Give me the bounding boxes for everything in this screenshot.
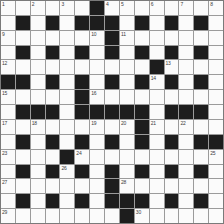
white-cell-r2c1[interactable] <box>16 31 30 45</box>
clue-number-15: 15 <box>2 90 7 96</box>
white-cell-r8c12[interactable]: 22 <box>179 120 193 134</box>
clue-number-13: 13 <box>166 60 171 66</box>
white-cell-r4c4[interactable] <box>60 60 74 74</box>
white-cell-r8c7[interactable] <box>105 120 119 134</box>
white-cell-r13c10[interactable] <box>150 194 164 208</box>
white-cell-r2c12[interactable] <box>179 31 193 45</box>
white-cell-r14c4[interactable] <box>60 209 74 223</box>
clue-number-7: 7 <box>180 1 183 7</box>
white-cell-r12c9[interactable] <box>135 179 149 193</box>
white-cell-r6c13[interactable] <box>194 90 208 104</box>
white-cell-r8c2[interactable]: 18 <box>31 120 45 134</box>
white-cell-r9c4[interactable] <box>60 135 74 149</box>
white-cell-r0c10[interactable]: 6 <box>150 1 164 15</box>
white-cell-r2c4[interactable] <box>60 31 74 45</box>
black-cell-r12c7 <box>105 179 119 193</box>
white-cell-r8c8[interactable]: 20 <box>120 120 134 134</box>
white-cell-r6c14[interactable] <box>209 90 223 104</box>
black-cell-r9c9 <box>135 135 149 149</box>
white-cell-r6c6[interactable]: 16 <box>90 90 104 104</box>
white-cell-r5c10[interactable]: 14 <box>150 75 164 89</box>
white-cell-r10c3[interactable] <box>46 150 60 164</box>
white-cell-r2c11[interactable] <box>165 31 179 45</box>
white-cell-r5c4[interactable] <box>60 75 74 89</box>
white-cell-r5c8[interactable] <box>120 75 134 89</box>
white-cell-r12c12[interactable] <box>179 179 193 193</box>
white-cell-r0c8[interactable]: 5 <box>120 1 134 15</box>
white-cell-r9c10[interactable] <box>150 135 164 149</box>
white-cell-r9c8[interactable] <box>120 135 134 149</box>
clue-number-21: 21 <box>151 120 156 126</box>
white-cell-r14c6[interactable] <box>90 209 104 223</box>
white-cell-r7c0[interactable] <box>1 105 15 119</box>
white-cell-r12c13[interactable] <box>194 179 208 193</box>
white-cell-r6c0[interactable]: 15 <box>1 90 15 104</box>
black-cell-r11c7 <box>105 165 119 179</box>
black-cell-r9c13 <box>194 135 208 149</box>
white-cell-r12c14[interactable] <box>209 179 223 193</box>
white-cell-r4c12[interactable] <box>179 60 193 74</box>
white-cell-r13c12[interactable] <box>179 194 193 208</box>
white-cell-r11c4[interactable]: 26 <box>60 165 74 179</box>
white-cell-r10c11[interactable] <box>165 150 179 164</box>
white-cell-r4c14[interactable] <box>209 60 223 74</box>
white-cell-r4c6[interactable] <box>90 60 104 74</box>
white-cell-r10c1[interactable] <box>16 150 30 164</box>
black-cell-r10c4 <box>60 150 74 164</box>
clue-number-10: 10 <box>91 31 96 37</box>
black-cell-r13c7 <box>105 194 119 208</box>
white-cell-r10c12[interactable] <box>179 150 193 164</box>
white-cell-r2c3[interactable] <box>46 31 60 45</box>
clue-number-27: 27 <box>2 179 7 185</box>
white-cell-r2c5[interactable] <box>75 31 89 45</box>
clue-number-11: 11 <box>121 31 126 37</box>
white-cell-r11c6[interactable] <box>90 165 104 179</box>
white-cell-r12c2[interactable] <box>31 179 45 193</box>
white-cell-r6c7[interactable] <box>105 90 119 104</box>
white-cell-r2c2[interactable] <box>31 31 45 45</box>
black-cell-r7c9 <box>135 105 149 119</box>
white-cell-r10c0[interactable]: 23 <box>1 150 15 164</box>
white-cell-r6c9[interactable] <box>135 90 149 104</box>
white-cell-r7c4[interactable] <box>60 105 74 119</box>
white-cell-r14c14[interactable] <box>209 209 223 223</box>
white-cell-r12c1[interactable] <box>16 179 30 193</box>
black-cell-r2c7 <box>105 31 119 45</box>
black-cell-r9c7 <box>105 135 119 149</box>
white-cell-r11c10[interactable] <box>150 165 164 179</box>
white-cell-r9c2[interactable] <box>31 135 45 149</box>
black-cell-r5c0 <box>1 75 15 89</box>
white-cell-r13c2[interactable] <box>31 194 45 208</box>
black-cell-r5c3 <box>46 75 60 89</box>
white-cell-r0c3[interactable] <box>46 1 60 15</box>
white-cell-r4c3[interactable] <box>46 60 60 74</box>
white-cell-r12c4[interactable] <box>60 179 74 193</box>
white-cell-r14c0[interactable]: 29 <box>1 209 15 223</box>
black-cell-r3c11 <box>165 46 179 60</box>
white-cell-r0c9[interactable] <box>135 1 149 15</box>
white-cell-r11c2[interactable] <box>31 165 45 179</box>
white-cell-r4c9[interactable] <box>135 60 149 74</box>
white-cell-r2c0[interactable]: 9 <box>1 31 15 45</box>
white-cell-r1c4[interactable] <box>60 16 74 30</box>
white-cell-r10c6[interactable] <box>90 150 104 164</box>
white-cell-r10c14[interactable]: 25 <box>209 150 223 164</box>
black-cell-r5c7 <box>105 75 119 89</box>
black-cell-r11c5 <box>75 165 89 179</box>
black-cell-r6c5 <box>75 90 89 104</box>
white-cell-r4c8[interactable] <box>120 60 134 74</box>
white-cell-r13c4[interactable] <box>60 194 74 208</box>
white-cell-r5c14[interactable] <box>209 75 223 89</box>
white-cell-r2c10[interactable] <box>150 31 164 45</box>
white-cell-r10c9[interactable] <box>135 150 149 164</box>
white-cell-r10c5[interactable]: 24 <box>75 150 89 164</box>
white-cell-r2c14[interactable] <box>209 31 223 45</box>
page: 1234567891011121314151617181920212223242… <box>0 0 224 224</box>
white-cell-r14c10[interactable] <box>150 209 164 223</box>
white-cell-r0c4[interactable]: 3 <box>60 1 74 15</box>
clue-number-29: 29 <box>2 209 7 215</box>
white-cell-r0c12[interactable]: 7 <box>179 1 193 15</box>
white-cell-r8c5[interactable] <box>75 120 89 134</box>
white-cell-r2c13[interactable] <box>194 31 208 45</box>
white-cell-r1c12[interactable] <box>179 16 193 30</box>
white-cell-r0c2[interactable]: 2 <box>31 1 45 15</box>
black-cell-r1c5 <box>75 16 89 30</box>
white-cell-r5c6[interactable] <box>90 75 104 89</box>
white-cell-r9c0[interactable] <box>1 135 15 149</box>
clue-number-8: 8 <box>210 1 213 7</box>
black-cell-r9c14 <box>209 135 223 149</box>
white-cell-r10c8[interactable] <box>120 150 134 164</box>
black-cell-r5c5 <box>75 75 89 89</box>
white-cell-r11c14[interactable] <box>209 165 223 179</box>
white-cell-r5c12[interactable] <box>179 75 193 89</box>
white-cell-r12c11[interactable] <box>165 179 179 193</box>
clue-number-2: 2 <box>32 1 35 7</box>
white-cell-r2c9[interactable] <box>135 31 149 45</box>
white-cell-r13c14[interactable] <box>209 194 223 208</box>
white-cell-r2c6[interactable]: 10 <box>90 31 104 45</box>
white-cell-r8c4[interactable] <box>60 120 74 134</box>
white-cell-r8c10[interactable]: 21 <box>150 120 164 134</box>
black-cell-r13c1 <box>16 194 30 208</box>
black-cell-r1c13 <box>194 16 208 30</box>
white-cell-r3c12[interactable] <box>179 46 193 60</box>
black-cell-r13c5 <box>75 194 89 208</box>
black-cell-r13c8 <box>120 194 134 208</box>
black-cell-r5c1 <box>16 75 30 89</box>
white-cell-r2c8[interactable]: 11 <box>120 31 134 45</box>
clue-number-17: 17 <box>2 120 7 126</box>
white-cell-r14c11[interactable] <box>165 209 179 223</box>
white-cell-r12c3[interactable] <box>46 179 60 193</box>
white-cell-r6c12[interactable] <box>179 90 193 104</box>
clue-number-12: 12 <box>2 60 7 66</box>
white-cell-r8c11[interactable] <box>165 120 179 134</box>
black-cell-r11c13 <box>194 165 208 179</box>
black-cell-r0c6 <box>90 1 104 15</box>
black-cell-r8c9 <box>135 120 149 134</box>
clue-number-3: 3 <box>61 1 64 7</box>
clue-number-4: 4 <box>106 1 109 7</box>
white-cell-r14c13[interactable] <box>194 209 208 223</box>
white-cell-r5c2[interactable] <box>31 75 45 89</box>
black-cell-r3c1 <box>16 46 30 60</box>
black-cell-r11c3 <box>46 165 60 179</box>
clue-number-5: 5 <box>121 1 124 7</box>
white-cell-r3c4[interactable] <box>60 46 74 60</box>
white-cell-r12c8[interactable]: 28 <box>120 179 134 193</box>
black-cell-r14c8 <box>120 209 134 223</box>
white-cell-r9c6[interactable] <box>90 135 104 149</box>
black-cell-r7c6 <box>90 105 104 119</box>
white-cell-r10c7[interactable] <box>105 150 119 164</box>
white-cell-r13c6[interactable] <box>90 194 104 208</box>
white-cell-r8c14[interactable] <box>209 120 223 134</box>
clue-number-25: 25 <box>210 150 215 156</box>
clue-number-28: 28 <box>121 179 126 185</box>
black-cell-r3c9 <box>135 46 149 60</box>
white-cell-r11c0[interactable] <box>1 165 15 179</box>
black-cell-r3c13 <box>194 46 208 60</box>
black-cell-r1c3 <box>46 16 60 30</box>
white-cell-r3c8[interactable] <box>120 46 134 60</box>
white-cell-r0c1[interactable] <box>16 1 30 15</box>
white-cell-r14c1[interactable] <box>16 209 30 223</box>
black-cell-r13c13 <box>194 194 208 208</box>
white-cell-r0c13[interactable] <box>194 1 208 15</box>
black-cell-r3c5 <box>75 46 89 60</box>
black-cell-r11c1 <box>16 165 30 179</box>
black-cell-r13c11 <box>165 194 179 208</box>
clue-number-14: 14 <box>151 75 156 81</box>
white-cell-r4c1[interactable] <box>16 60 30 74</box>
white-cell-r4c13[interactable] <box>194 60 208 74</box>
black-cell-r5c9 <box>135 75 149 89</box>
black-cell-r7c11 <box>165 105 179 119</box>
clue-number-9: 9 <box>2 31 5 37</box>
clue-number-26: 26 <box>61 165 66 171</box>
black-cell-r7c1 <box>16 105 30 119</box>
black-cell-r7c3 <box>46 105 60 119</box>
black-cell-r7c12 <box>179 105 193 119</box>
clue-number-24: 24 <box>76 150 81 156</box>
white-cell-r6c2[interactable] <box>31 90 45 104</box>
black-cell-r1c11 <box>165 16 179 30</box>
white-cell-r1c10[interactable] <box>150 16 164 30</box>
white-cell-r6c4[interactable] <box>60 90 74 104</box>
white-cell-r3c6[interactable] <box>90 46 104 60</box>
black-cell-r9c3 <box>46 135 60 149</box>
white-cell-r0c0[interactable]: 1 <box>1 1 15 15</box>
black-cell-r9c5 <box>75 135 89 149</box>
white-cell-r14c9[interactable]: 30 <box>135 209 149 223</box>
white-cell-r7c14[interactable] <box>209 105 223 119</box>
black-cell-r1c7 <box>105 16 119 30</box>
white-cell-r6c3[interactable] <box>46 90 60 104</box>
white-cell-r3c14[interactable] <box>209 46 223 60</box>
white-cell-r8c13[interactable] <box>194 120 208 134</box>
white-cell-r14c7[interactable] <box>105 209 119 223</box>
clue-number-16: 16 <box>91 90 96 96</box>
white-cell-r12c5[interactable] <box>75 179 89 193</box>
white-cell-r0c7[interactable]: 4 <box>105 1 119 15</box>
white-cell-r1c14[interactable] <box>209 16 223 30</box>
white-cell-r6c10[interactable] <box>150 90 164 104</box>
clue-number-23: 23 <box>2 150 7 156</box>
clue-number-20: 20 <box>121 120 126 126</box>
black-cell-r3c7 <box>105 46 119 60</box>
clue-number-18: 18 <box>32 120 37 126</box>
black-cell-r4c10 <box>150 60 164 74</box>
white-cell-r7c10[interactable] <box>150 105 164 119</box>
black-cell-r7c2 <box>31 105 45 119</box>
black-cell-r7c7 <box>105 105 119 119</box>
black-cell-r7c8 <box>120 105 134 119</box>
black-cell-r5c11 <box>165 75 179 89</box>
white-cell-r10c10[interactable] <box>150 150 164 164</box>
white-cell-r4c2[interactable] <box>31 60 45 74</box>
white-cell-r8c1[interactable] <box>16 120 30 134</box>
black-cell-r1c1 <box>16 16 30 30</box>
white-cell-r6c8[interactable] <box>120 90 134 104</box>
black-cell-r1c9 <box>135 16 149 30</box>
white-cell-r9c12[interactable] <box>179 135 193 149</box>
black-cell-r13c3 <box>46 194 60 208</box>
black-cell-r5c13 <box>194 75 208 89</box>
black-cell-r9c11 <box>165 135 179 149</box>
white-cell-r8c6[interactable]: 19 <box>90 120 104 134</box>
black-cell-r11c11 <box>165 165 179 179</box>
white-cell-r13c0[interactable] <box>1 194 15 208</box>
white-cell-r4c0[interactable]: 12 <box>1 60 15 74</box>
white-cell-r1c8[interactable] <box>120 16 134 30</box>
white-cell-r0c5[interactable] <box>75 1 89 15</box>
black-cell-r7c5 <box>75 105 89 119</box>
black-cell-r3c3 <box>46 46 60 60</box>
white-cell-r0c11[interactable] <box>165 1 179 15</box>
white-cell-r11c8[interactable] <box>120 165 134 179</box>
white-cell-r3c10[interactable] <box>150 46 164 60</box>
white-cell-r10c13[interactable] <box>194 150 208 164</box>
white-cell-r3c2[interactable] <box>31 46 45 60</box>
white-cell-r11c12[interactable] <box>179 165 193 179</box>
white-cell-r0c14[interactable]: 8 <box>209 1 223 15</box>
clue-number-19: 19 <box>91 120 96 126</box>
white-cell-r14c2[interactable] <box>31 209 45 223</box>
black-cell-r9c1 <box>16 135 30 149</box>
white-cell-r6c1[interactable] <box>16 90 30 104</box>
white-cell-r12c10[interactable] <box>150 179 164 193</box>
white-cell-r4c5[interactable] <box>75 60 89 74</box>
clue-number-30: 30 <box>136 209 141 215</box>
clue-number-1: 1 <box>2 1 5 7</box>
crossword-grid: 1234567891011121314151617181920212223242… <box>0 0 224 224</box>
white-cell-r14c5[interactable] <box>75 209 89 223</box>
black-cell-r7c13 <box>194 105 208 119</box>
white-cell-r4c11[interactable]: 13 <box>165 60 179 74</box>
white-cell-r12c0[interactable]: 27 <box>1 179 15 193</box>
black-cell-r13c9 <box>135 194 149 208</box>
white-cell-r8c3[interactable] <box>46 120 60 134</box>
white-cell-r3c0[interactable] <box>1 46 15 60</box>
clue-number-6: 6 <box>151 1 154 7</box>
white-cell-r1c0[interactable] <box>1 16 15 30</box>
white-cell-r12c6[interactable] <box>90 179 104 193</box>
white-cell-r1c2[interactable] <box>31 16 45 30</box>
black-cell-r11c9 <box>135 165 149 179</box>
white-cell-r14c12[interactable] <box>179 209 193 223</box>
white-cell-r6c11[interactable] <box>165 90 179 104</box>
white-cell-r8c0[interactable]: 17 <box>1 120 15 134</box>
white-cell-r10c2[interactable] <box>31 150 45 164</box>
white-cell-r4c7[interactable] <box>105 60 119 74</box>
white-cell-r14c3[interactable] <box>46 209 60 223</box>
black-cell-r1c6 <box>90 16 104 30</box>
clue-number-22: 22 <box>180 120 185 126</box>
